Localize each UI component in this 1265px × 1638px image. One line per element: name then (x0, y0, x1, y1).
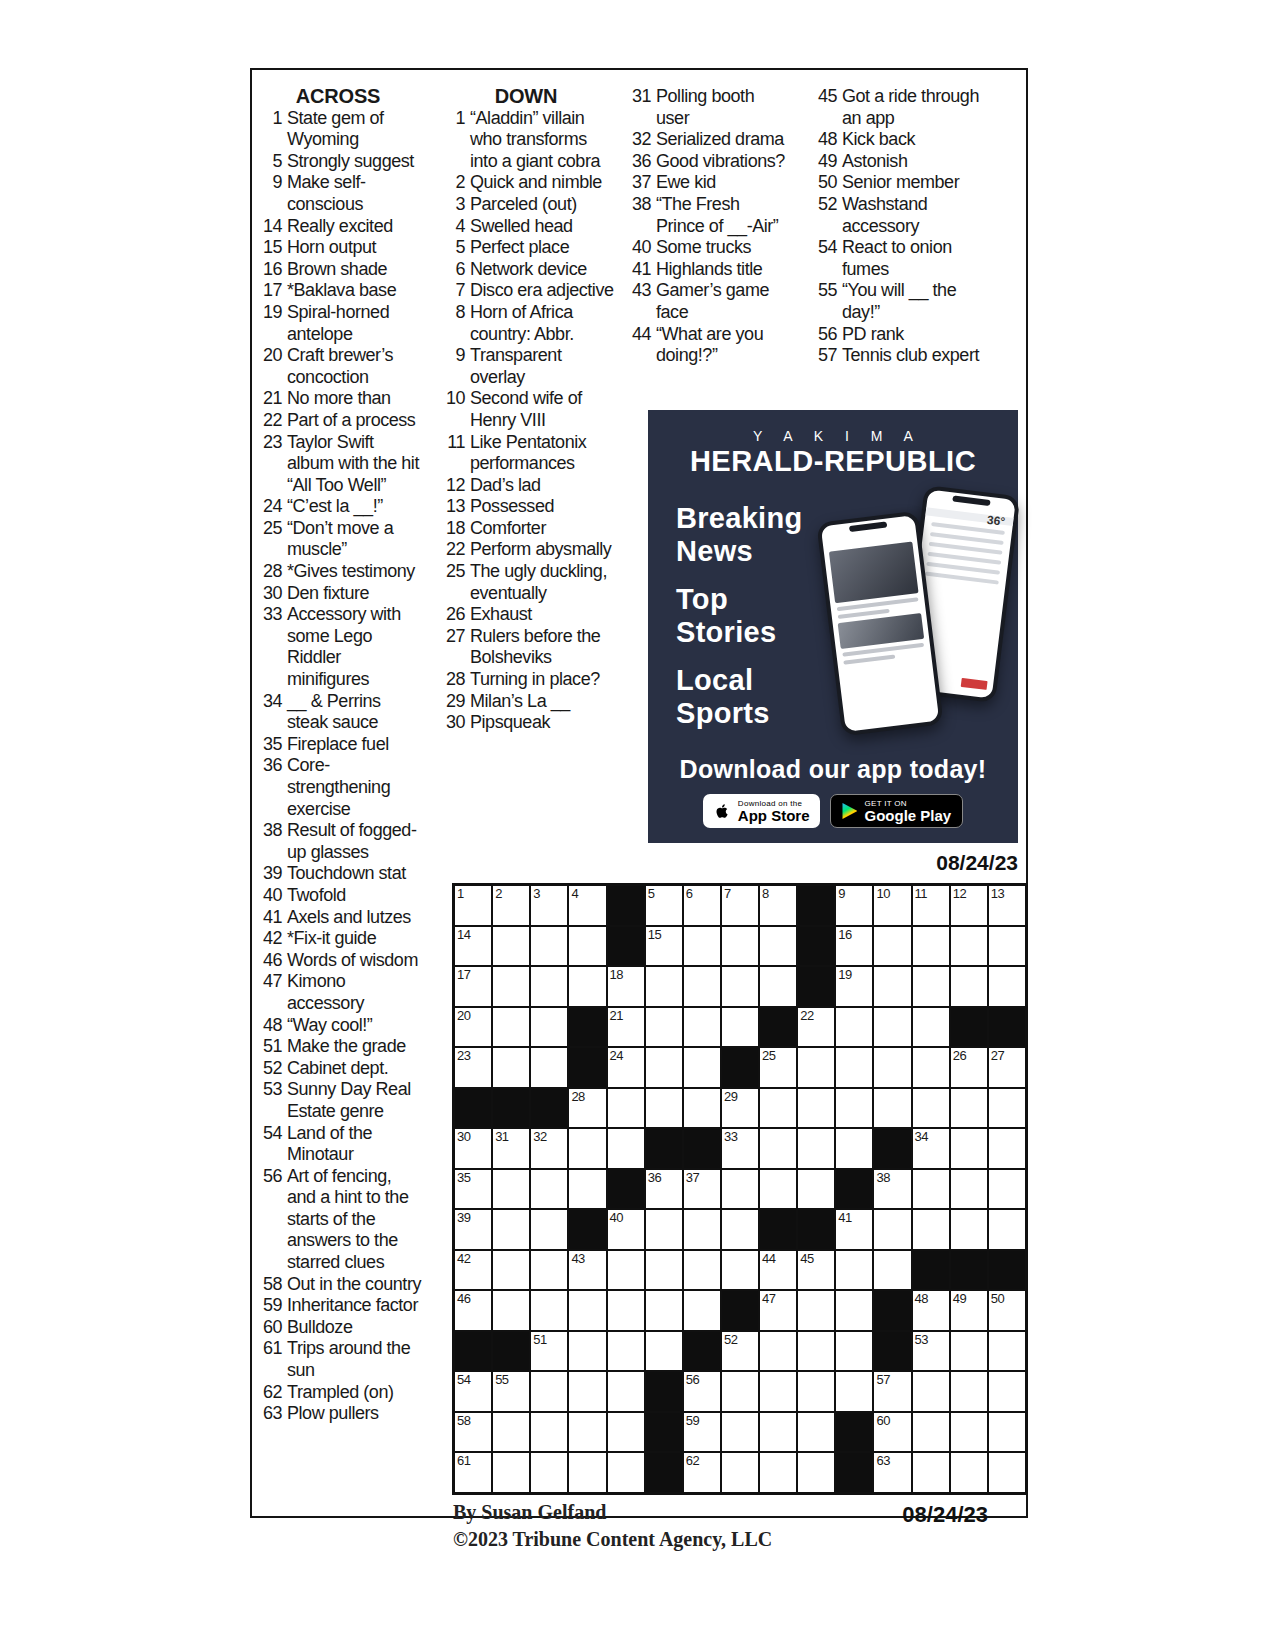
grid-cell[interactable] (913, 1453, 949, 1492)
grid-cell[interactable] (684, 1251, 720, 1290)
grid-cell[interactable] (722, 1413, 758, 1452)
grid-cell[interactable] (951, 1453, 987, 1492)
grid-cell[interactable] (646, 1089, 682, 1128)
grid-cell[interactable] (646, 1332, 682, 1371)
grid-cell[interactable]: 45 (798, 1251, 834, 1290)
grid-cell[interactable]: 40 (608, 1210, 644, 1249)
clue-text: Highlands title (656, 259, 790, 281)
clue: 52Washstand accessory (808, 194, 986, 237)
grid-cell[interactable] (874, 967, 910, 1006)
clue-text: Astonish (842, 151, 986, 173)
grid-cell[interactable] (569, 1170, 605, 1209)
grid-cell[interactable]: 25 (760, 1048, 796, 1087)
grid-cell-black (913, 1251, 949, 1290)
grid-cell[interactable] (836, 1291, 872, 1330)
grid-cell[interactable] (989, 1129, 1025, 1168)
grid-cell[interactable] (684, 1048, 720, 1087)
clue-text: Axels and lutzes (287, 907, 421, 929)
clue-number: 38 (255, 820, 287, 863)
clue-text: Polling booth user (656, 86, 790, 129)
clue-number: 52 (255, 1058, 287, 1080)
grid-cell[interactable] (722, 1170, 758, 1209)
grid-cell[interactable] (569, 927, 605, 966)
grid-cell[interactable] (989, 1372, 1025, 1411)
grid-cell-black (836, 1413, 872, 1452)
grid-cell[interactable] (531, 1048, 567, 1087)
grid-cell[interactable]: 34 (913, 1129, 949, 1168)
grid-cell[interactable]: 29 (722, 1089, 758, 1128)
grid-cell[interactable]: 13 (989, 886, 1025, 925)
grid-cell[interactable] (913, 1170, 949, 1209)
clue-text: Make self-conscious (287, 172, 421, 215)
cell-number: 21 (610, 1009, 623, 1023)
clue: 41Highlands title (622, 259, 790, 281)
download-cta: Download our app today! (648, 755, 1018, 784)
grid-cell[interactable] (608, 1372, 644, 1411)
grid-cell[interactable]: 18 (608, 967, 644, 1006)
grid-cell[interactable]: 52 (722, 1332, 758, 1371)
grid-cell[interactable] (760, 967, 796, 1006)
grid-cell-black (874, 1291, 910, 1330)
grid-cell-black (798, 886, 834, 925)
grid-cell[interactable]: 9 (836, 886, 872, 925)
clue: 25“Don’t move a muscle” (255, 518, 421, 561)
grid-cell[interactable] (608, 1129, 644, 1168)
grid-cell[interactable] (531, 1372, 567, 1411)
grid-cell[interactable] (989, 927, 1025, 966)
grid-cell[interactable]: 55 (493, 1372, 529, 1411)
grid-cell-black (493, 1332, 529, 1371)
grid-cell[interactable]: 5 (646, 886, 682, 925)
grid-cell[interactable]: 32 (531, 1129, 567, 1168)
grid-cell[interactable] (760, 1332, 796, 1371)
grid-cell[interactable] (951, 1170, 987, 1209)
grid-cell[interactable] (760, 1129, 796, 1168)
grid-cell[interactable] (760, 1372, 796, 1411)
clue: 59Inheritance factor (255, 1295, 421, 1317)
grid-cell[interactable]: 10 (874, 886, 910, 925)
grid-cell[interactable] (646, 1008, 682, 1047)
grid-cell[interactable]: 33 (722, 1129, 758, 1168)
grid-cell[interactable] (798, 1129, 834, 1168)
clue-number: 31 (622, 86, 656, 129)
grid-cell[interactable] (913, 1048, 949, 1087)
grid-cell[interactable] (913, 1413, 949, 1452)
grid-cell[interactable]: 36 (646, 1170, 682, 1209)
grid-cell-black (722, 1291, 758, 1330)
google-play-badge[interactable]: GET IT ON Google Play (830, 794, 963, 828)
grid-cell[interactable] (951, 1413, 987, 1452)
grid-cell[interactable] (874, 1251, 910, 1290)
cell-number: 15 (648, 928, 661, 942)
grid-cell[interactable] (722, 967, 758, 1006)
clue-text: Twofold (287, 885, 421, 907)
clue-column-down-3: 45Got a ride through an app48Kick back49… (808, 86, 986, 367)
grid-cell[interactable] (989, 1210, 1025, 1249)
grid-cell[interactable]: 17 (455, 967, 491, 1006)
grid-cell[interactable] (608, 1089, 644, 1128)
grid-cell-black (608, 927, 644, 966)
clue-number: 22 (255, 410, 287, 432)
grid-cell[interactable]: 54 (455, 1372, 491, 1411)
grid-cell[interactable]: 14 (455, 927, 491, 966)
grid-cell[interactable] (913, 1372, 949, 1411)
clue-number: 34 (255, 691, 287, 734)
grid-cell[interactable] (646, 1291, 682, 1330)
grid-cell[interactable]: 11 (913, 886, 949, 925)
grid-cell[interactable] (684, 1291, 720, 1330)
grid-cell[interactable] (951, 1210, 987, 1249)
grid-cell[interactable] (989, 1332, 1025, 1371)
grid-cell[interactable]: 46 (455, 1291, 491, 1330)
grid-cell[interactable] (608, 1413, 644, 1452)
grid-cell[interactable]: 50 (989, 1291, 1025, 1330)
grid-cell[interactable] (760, 1453, 796, 1492)
cell-number: 11 (915, 887, 928, 901)
clue: 58Out in the country (255, 1274, 421, 1296)
grid-cell[interactable] (836, 1332, 872, 1371)
grid-cell[interactable] (836, 1089, 872, 1128)
grid-cell[interactable] (493, 1008, 529, 1047)
grid-cell[interactable] (836, 1372, 872, 1411)
grid-cell[interactable]: 58 (455, 1413, 491, 1452)
cell-number: 9 (838, 887, 845, 901)
clue: 49Astonish (808, 151, 986, 173)
grid-cell[interactable] (531, 1251, 567, 1290)
grid-cell[interactable]: 4 (569, 886, 605, 925)
grid-cell[interactable] (531, 1413, 567, 1452)
grid-cell[interactable] (836, 1251, 872, 1290)
cell-number: 58 (457, 1414, 470, 1428)
headline-line (843, 654, 895, 664)
clue-text: Spiral-horned antelope (287, 302, 421, 345)
grid-cell[interactable] (493, 1291, 529, 1330)
clue: 13Possessed (438, 496, 614, 518)
clue-text: Pipsqueak (470, 712, 614, 734)
grid-cell[interactable] (569, 1291, 605, 1330)
clue: 55“You will __ the day!” (808, 280, 986, 323)
cell-number: 6 (686, 887, 693, 901)
clue-text: Senior member (842, 172, 986, 194)
store-badges: Download on the App Store GET IT ON Goog… (648, 794, 1018, 828)
grid-cell[interactable]: 19 (836, 967, 872, 1006)
grid-cell[interactable] (531, 1210, 567, 1249)
clue-number: 42 (255, 928, 287, 950)
cell-number: 55 (495, 1373, 508, 1387)
clue: 60Bulldoze (255, 1317, 421, 1339)
cell-number: 42 (457, 1252, 470, 1266)
grid-cell[interactable]: 48 (913, 1291, 949, 1330)
grid-cell[interactable] (646, 1048, 682, 1087)
grid-cell[interactable] (646, 1210, 682, 1249)
cell-number: 3 (533, 887, 540, 901)
grid-cell[interactable] (569, 1372, 605, 1411)
grid-cell[interactable] (913, 927, 949, 966)
grid-cell[interactable]: 42 (455, 1251, 491, 1290)
grid-cell[interactable]: 60 (874, 1413, 910, 1452)
grid-cell[interactable] (760, 1089, 796, 1128)
grid-cell[interactable] (493, 1453, 529, 1492)
grid-cell[interactable] (836, 1008, 872, 1047)
grid-cell[interactable]: 51 (531, 1332, 567, 1371)
grid-cell[interactable] (913, 967, 949, 1006)
grid-cell[interactable] (608, 1251, 644, 1290)
grid-cell[interactable] (951, 927, 987, 966)
grid-cell-black (646, 1453, 682, 1492)
grid-cell[interactable] (874, 1089, 910, 1128)
grid-cell[interactable] (531, 927, 567, 966)
cell-number: 61 (457, 1454, 470, 1468)
grid-cell[interactable] (569, 1413, 605, 1452)
ad-masthead: HERALD-REPUBLIC (648, 445, 1018, 478)
cell-number: 10 (876, 887, 889, 901)
grid-cell[interactable] (608, 1291, 644, 1330)
grid-cell[interactable]: 30 (455, 1129, 491, 1168)
grid-cell[interactable] (569, 1453, 605, 1492)
clue-text: “You will __ the day!” (842, 280, 986, 323)
clue: 54Land of the Minotaur (255, 1123, 421, 1166)
grid-cell[interactable]: 44 (760, 1251, 796, 1290)
grid-cell[interactable] (798, 1413, 834, 1452)
grid-cell[interactable]: 26 (951, 1048, 987, 1087)
grid-cell[interactable] (531, 1170, 567, 1209)
clue-number: 1 (438, 108, 470, 173)
grid-cell[interactable] (951, 1129, 987, 1168)
grid-cell[interactable] (646, 1251, 682, 1290)
clue: 1“Aladdin” villain who transforms into a… (438, 108, 614, 173)
grid-cell[interactable] (493, 967, 529, 1006)
grid-cell[interactable] (913, 1210, 949, 1249)
grid-cell-black (989, 1251, 1025, 1290)
grid-cell[interactable]: 23 (455, 1048, 491, 1087)
clue-text: Trips around the sun (287, 1338, 421, 1381)
grid-cell[interactable] (722, 1453, 758, 1492)
grid-cell[interactable]: 35 (455, 1170, 491, 1209)
clue-number: 63 (255, 1403, 287, 1425)
clue: 31Polling booth user (622, 86, 790, 129)
clue-number: 40 (255, 885, 287, 907)
grid-cell[interactable]: 56 (684, 1372, 720, 1411)
grid-cell[interactable] (951, 1372, 987, 1411)
grid-cell[interactable]: 20 (455, 1008, 491, 1047)
grid-cell[interactable] (493, 1210, 529, 1249)
google-badge-bottom-text: Google Play (864, 808, 951, 824)
across-header: ACROSS (255, 86, 421, 108)
grid-cell[interactable] (760, 1413, 796, 1452)
clue: 27Rulers before the Bolsheviks (438, 626, 614, 669)
grid-cell[interactable]: 7 (722, 886, 758, 925)
grid-cell[interactable] (493, 1170, 529, 1209)
grid-cell[interactable] (569, 1129, 605, 1168)
grid-cell[interactable]: 39 (455, 1210, 491, 1249)
grid-cell[interactable] (798, 1372, 834, 1411)
grid-cell[interactable]: 37 (684, 1170, 720, 1209)
grid-cell[interactable] (722, 1251, 758, 1290)
clue-number: 37 (622, 172, 656, 194)
grid-cell[interactable]: 21 (608, 1008, 644, 1047)
grid-cell[interactable] (493, 1413, 529, 1452)
grid-cell[interactable]: 53 (913, 1332, 949, 1371)
grid-cell[interactable] (569, 967, 605, 1006)
grid-cell[interactable] (493, 1048, 529, 1087)
down-clue-list-3: 45Got a ride through an app48Kick back49… (808, 86, 986, 367)
grid-cell[interactable]: 63 (874, 1453, 910, 1492)
grid-cell[interactable] (608, 1332, 644, 1371)
grid-cell[interactable]: 3 (531, 886, 567, 925)
grid-cell[interactable] (989, 1413, 1025, 1452)
grid-cell[interactable]: 41 (836, 1210, 872, 1249)
app-store-badge[interactable]: Download on the App Store (703, 794, 821, 828)
grid-cell[interactable]: 15 (646, 927, 682, 966)
grid-cell[interactable] (798, 1170, 834, 1209)
newspaper-crossword-page: ACROSS 1State gem of Wyoming5Strongly su… (0, 0, 1265, 1638)
grid-cell[interactable] (913, 1089, 949, 1128)
down-header: DOWN (438, 86, 614, 108)
cell-number: 28 (571, 1090, 584, 1104)
grid-cell[interactable] (722, 1008, 758, 1047)
grid-cell[interactable]: 8 (760, 886, 796, 925)
cell-number: 49 (953, 1292, 966, 1306)
grid-cell[interactable]: 22 (798, 1008, 834, 1047)
grid-cell[interactable] (684, 927, 720, 966)
grid-cell[interactable] (760, 927, 796, 966)
clue-number: 40 (622, 237, 656, 259)
down-clue-list-1: 1“Aladdin” villain who transforms into a… (438, 108, 614, 734)
grid-cell[interactable] (684, 967, 720, 1006)
clue: 20Craft brewer’s concoction (255, 345, 421, 388)
clue-text: Make the grade (287, 1036, 421, 1058)
grid-cell[interactable] (531, 1291, 567, 1330)
clue-number: 39 (255, 863, 287, 885)
apple-icon (714, 801, 731, 821)
grid-cell-black (569, 1210, 605, 1249)
cell-number: 2 (495, 887, 502, 901)
grid-cell[interactable]: 28 (569, 1089, 605, 1128)
clue: 11Like Pentatonix performances (438, 432, 614, 475)
clue: 23Taylor Swift album with the hit “All T… (255, 432, 421, 497)
clue-number: 2 (438, 172, 470, 194)
grid-cell[interactable] (722, 1210, 758, 1249)
grid-cell[interactable] (836, 1048, 872, 1087)
grid-cell[interactable]: 31 (493, 1129, 529, 1168)
cell-number: 16 (838, 928, 851, 942)
grid-cell[interactable] (722, 927, 758, 966)
grid-cell[interactable]: 2 (493, 886, 529, 925)
grid-cell[interactable] (798, 1048, 834, 1087)
clue: 62Trampled (on) (255, 1382, 421, 1404)
grid-cell[interactable]: 47 (760, 1291, 796, 1330)
grid-cell[interactable] (684, 1210, 720, 1249)
grid-cell[interactable]: 24 (608, 1048, 644, 1087)
grid-cell[interactable] (531, 1008, 567, 1047)
grid-cell[interactable] (874, 1048, 910, 1087)
grid-cell[interactable] (684, 1089, 720, 1128)
grid-cell[interactable]: 49 (951, 1291, 987, 1330)
grid-cell[interactable]: 61 (455, 1453, 491, 1492)
grid-cell[interactable]: 1 (455, 886, 491, 925)
clue-number: 32 (622, 129, 656, 151)
cell-number: 39 (457, 1211, 470, 1225)
grid-cell[interactable]: 27 (989, 1048, 1025, 1087)
grid-cell[interactable] (951, 1089, 987, 1128)
clue-number: 26 (438, 604, 470, 626)
grid-cell[interactable] (722, 1372, 758, 1411)
grid-cell[interactable] (608, 1453, 644, 1492)
grid-cell-black (989, 1008, 1025, 1047)
grid-cell[interactable] (874, 1210, 910, 1249)
grid-cell[interactable]: 38 (874, 1170, 910, 1209)
clue: 28*Gives testimony (255, 561, 421, 583)
grid-cell[interactable]: 43 (569, 1251, 605, 1290)
grid-cell[interactable] (798, 1332, 834, 1371)
grid-cell[interactable] (531, 1453, 567, 1492)
grid-cell[interactable] (798, 1291, 834, 1330)
grid-cell[interactable] (646, 967, 682, 1006)
clue-number: 54 (808, 237, 842, 280)
grid-cell[interactable]: 62 (684, 1453, 720, 1492)
grid-cell[interactable] (531, 967, 567, 1006)
grid-cell-black (646, 1372, 682, 1411)
grid-cell[interactable] (493, 1251, 529, 1290)
clue: 56Art of fencing, and a hint to the star… (255, 1166, 421, 1274)
grid-cell-black (608, 886, 644, 925)
grid-cell[interactable] (989, 1453, 1025, 1492)
clue: 63Plow pullers (255, 1403, 421, 1425)
clue-text: Plow pullers (287, 1403, 421, 1425)
clue-number: 55 (808, 280, 842, 323)
clue: 36Good vibrations? (622, 151, 790, 173)
cell-number: 31 (495, 1130, 508, 1144)
clue: 6Network device (438, 259, 614, 281)
clue-number: 35 (255, 734, 287, 756)
clue-text: Transparent overlay (470, 345, 614, 388)
grid-cell[interactable] (989, 1089, 1025, 1128)
grid-cell[interactable] (951, 1332, 987, 1371)
clue-text: Trampled (on) (287, 1382, 421, 1404)
grid-cell[interactable] (989, 1170, 1025, 1209)
grid-cell[interactable] (684, 1008, 720, 1047)
grid-cell[interactable]: 12 (951, 886, 987, 925)
grid-cell[interactable] (874, 927, 910, 966)
grid-cell[interactable] (836, 1129, 872, 1168)
clue-number: 8 (438, 302, 470, 345)
grid-cell-black (760, 1210, 796, 1249)
clue-number: 15 (255, 237, 287, 259)
grid-cell[interactable] (798, 1453, 834, 1492)
clue-text: “Way cool!” (287, 1015, 421, 1037)
grid-cell-black (760, 1008, 796, 1047)
grid-cell[interactable]: 59 (684, 1413, 720, 1452)
grid-cell[interactable]: 6 (684, 886, 720, 925)
clue-number: 21 (255, 388, 287, 410)
grid-cell[interactable] (951, 967, 987, 1006)
cell-number: 46 (457, 1292, 470, 1306)
cell-number: 33 (724, 1130, 737, 1144)
grid-cell[interactable] (798, 1089, 834, 1128)
puzzle-date-bottom: 08/24/23 (648, 1502, 988, 1528)
grid-cell[interactable]: 57 (874, 1372, 910, 1411)
grid-cell-black (455, 1089, 491, 1128)
clue-text: Comforter (470, 518, 614, 540)
cell-number: 20 (457, 1009, 470, 1023)
grid-cell[interactable]: 16 (836, 927, 872, 966)
grid-cell[interactable] (989, 967, 1025, 1006)
grid-cell[interactable] (874, 1008, 910, 1047)
grid-cell[interactable] (913, 1008, 949, 1047)
grid-cell[interactable] (569, 1332, 605, 1371)
grid-cell[interactable] (760, 1170, 796, 1209)
grid-cell[interactable] (493, 927, 529, 966)
